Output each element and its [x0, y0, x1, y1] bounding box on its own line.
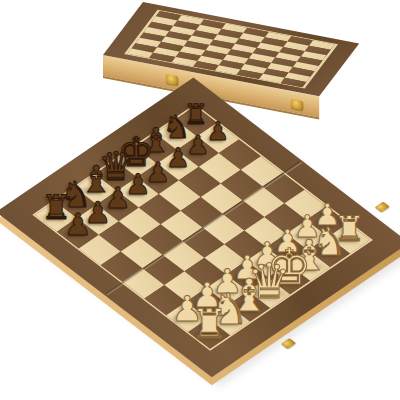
product-photo-stage: ♜♞♟♝♟♚♟♛♟♝♟♞♟♜♟♟♟♟♜♟♞♟♝♟♚♟♛♟♝♟♞♜ — [0, 0, 400, 400]
pieces-layer: ♜♞♟♝♟♚♟♛♟♝♟♞♟♜♟♟♟♟♜♟♞♟♝♟♚♟♛♟♝♟♞♜ — [0, 0, 400, 400]
black-pawn-a7[interactable]: ♟ — [64, 211, 91, 242]
black-pawn-h7[interactable]: ♟ — [207, 119, 230, 144]
white-rook-a1[interactable]: ♜ — [191, 304, 227, 345]
